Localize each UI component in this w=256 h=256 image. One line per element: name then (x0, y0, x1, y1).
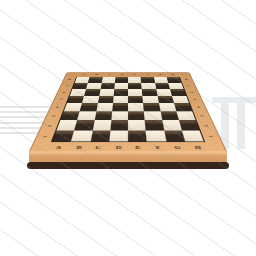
file-label: F (144, 73, 150, 75)
square-e6[interactable] (128, 89, 143, 96)
file-label: A (80, 73, 86, 75)
square-b1[interactable] (71, 130, 92, 141)
rank-label: 7 (185, 84, 194, 87)
file-label: H (190, 144, 205, 151)
square-d1[interactable] (109, 130, 128, 141)
rank-label: 2 (44, 123, 55, 127)
rank-label: 4 (194, 105, 204, 108)
rank-label: 2 (201, 123, 212, 127)
square-b5[interactable] (82, 96, 99, 103)
square-e4[interactable] (128, 103, 144, 111)
square-d4[interactable] (112, 103, 128, 111)
file-label: E (132, 144, 145, 151)
square-b4[interactable] (80, 103, 98, 111)
square-b2[interactable] (74, 120, 94, 130)
chessboard: ABCDEFGH ABCDEFGH 87654321 87654321 (0, 0, 256, 256)
file-label: G (171, 144, 185, 151)
square-f3[interactable] (144, 111, 162, 120)
square-c2[interactable] (92, 120, 111, 130)
square-h6[interactable] (170, 89, 186, 96)
square-e5[interactable] (128, 96, 143, 103)
file-label: B (93, 73, 99, 75)
file-label: F (151, 144, 164, 151)
rank-label: 8 (65, 78, 73, 80)
board-base-edge (27, 162, 229, 169)
square-f6[interactable] (142, 89, 157, 96)
rank-label: 8 (183, 78, 191, 80)
square-e1[interactable] (128, 130, 147, 141)
rank-label: 3 (48, 114, 59, 118)
rank-label: 5 (191, 98, 201, 101)
square-e2[interactable] (128, 120, 146, 130)
square-h4[interactable] (174, 103, 192, 111)
square-d3[interactable] (111, 111, 128, 120)
rank-label: 5 (56, 98, 66, 101)
square-e3[interactable] (128, 111, 145, 120)
square-c5[interactable] (98, 96, 114, 103)
file-label: G (157, 73, 163, 75)
square-b3[interactable] (77, 111, 96, 120)
square-c1[interactable] (90, 130, 110, 141)
square-h3[interactable] (176, 111, 195, 120)
square-c6[interactable] (99, 89, 114, 96)
square-f1[interactable] (146, 130, 166, 141)
file-label: C (92, 144, 105, 151)
square-c4[interactable] (96, 103, 113, 111)
square-h5[interactable] (172, 96, 189, 103)
file-label: E (131, 73, 137, 75)
square-f4[interactable] (143, 103, 160, 111)
rank-label: 3 (197, 114, 208, 118)
rank-label: 6 (59, 91, 68, 94)
rank-label: 6 (188, 91, 197, 94)
square-f2[interactable] (145, 120, 164, 130)
square-b6[interactable] (84, 89, 100, 96)
rank-label: 1 (38, 134, 50, 139)
file-label: D (112, 144, 125, 151)
square-c3[interactable] (94, 111, 112, 120)
file-labels-far: ABCDEFGH (76, 72, 180, 76)
rank-label: 4 (52, 105, 62, 108)
square-d6[interactable] (113, 89, 128, 96)
file-label: B (71, 144, 85, 151)
rank-label: 7 (62, 84, 71, 87)
square-d2[interactable] (110, 120, 128, 130)
square-d5[interactable] (113, 96, 128, 103)
icon-canvas: ABCDEFGH ABCDEFGH 87654321 87654321 (0, 0, 256, 256)
board-top-surface: ABCDEFGH ABCDEFGH 87654321 87654321 (28, 72, 228, 153)
file-label: H (169, 73, 175, 75)
file-label: C (106, 73, 112, 75)
file-label: A (51, 144, 66, 151)
board-grid (51, 77, 205, 142)
file-label: D (119, 73, 125, 75)
rank-label: 1 (205, 134, 217, 139)
square-f5[interactable] (143, 96, 159, 103)
